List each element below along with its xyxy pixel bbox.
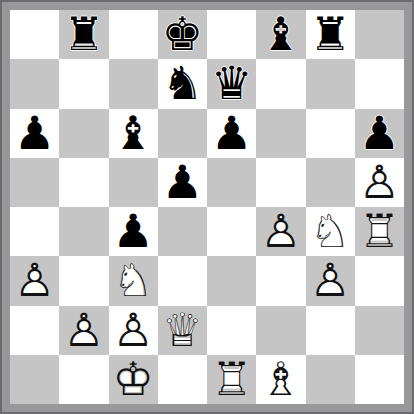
white-queen-piece: ♛♕ bbox=[158, 306, 207, 355]
square-f4[interactable]: ♟♙ bbox=[256, 207, 305, 256]
square-f5[interactable] bbox=[256, 158, 305, 207]
square-h4[interactable]: ♜♖ bbox=[355, 207, 404, 256]
square-a5[interactable] bbox=[10, 158, 59, 207]
square-f2[interactable] bbox=[256, 306, 305, 355]
square-f6[interactable] bbox=[256, 109, 305, 158]
white-pawn-piece: ♟♙ bbox=[59, 306, 108, 355]
black-pawn-piece: ♟ bbox=[355, 109, 404, 158]
square-e6[interactable]: ♟ bbox=[207, 109, 256, 158]
black-pawn-piece: ♟ bbox=[109, 207, 158, 256]
white-rook-piece: ♜♖ bbox=[207, 355, 256, 404]
square-c8[interactable] bbox=[109, 10, 158, 59]
black-bishop-piece: ♝ bbox=[109, 109, 158, 158]
square-d5[interactable]: ♟ bbox=[158, 158, 207, 207]
square-h8[interactable] bbox=[355, 10, 404, 59]
square-g6[interactable] bbox=[306, 109, 355, 158]
black-pawn-piece: ♟ bbox=[158, 158, 207, 207]
square-g2[interactable] bbox=[306, 306, 355, 355]
square-b4[interactable] bbox=[59, 207, 108, 256]
square-g5[interactable] bbox=[306, 158, 355, 207]
white-bishop-piece: ♝♗ bbox=[256, 355, 305, 404]
white-pawn-piece: ♟♙ bbox=[10, 256, 59, 305]
square-g4[interactable]: ♞♘ bbox=[306, 207, 355, 256]
black-bishop-piece: ♝ bbox=[256, 10, 305, 59]
square-c1[interactable]: ♚♔ bbox=[109, 355, 158, 404]
black-king-piece: ♚ bbox=[158, 10, 207, 59]
black-queen-piece: ♛ bbox=[207, 59, 256, 108]
white-pawn-piece: ♟♙ bbox=[355, 158, 404, 207]
square-a7[interactable] bbox=[10, 59, 59, 108]
square-h1[interactable] bbox=[355, 355, 404, 404]
square-f8[interactable]: ♝ bbox=[256, 10, 305, 59]
chess-board: ♜♚♝♜♞♛♟♝♟♟♟♟♙♟♟♙♞♘♜♖♟♙♞♘♟♙♟♙♟♙♛♕♚♔♜♖♝♗ bbox=[10, 10, 404, 404]
black-pawn-piece: ♟ bbox=[207, 109, 256, 158]
square-b2[interactable]: ♟♙ bbox=[59, 306, 108, 355]
white-knight-piece: ♞♘ bbox=[109, 256, 158, 305]
square-h6[interactable]: ♟ bbox=[355, 109, 404, 158]
square-h2[interactable] bbox=[355, 306, 404, 355]
black-knight-piece: ♞ bbox=[158, 59, 207, 108]
square-d1[interactable] bbox=[158, 355, 207, 404]
white-rook-piece: ♜♖ bbox=[355, 207, 404, 256]
square-a2[interactable] bbox=[10, 306, 59, 355]
square-g1[interactable] bbox=[306, 355, 355, 404]
square-e4[interactable] bbox=[207, 207, 256, 256]
square-d8[interactable]: ♚ bbox=[158, 10, 207, 59]
square-b7[interactable] bbox=[59, 59, 108, 108]
square-d2[interactable]: ♛♕ bbox=[158, 306, 207, 355]
white-knight-piece: ♞♘ bbox=[306, 207, 355, 256]
square-c4[interactable]: ♟ bbox=[109, 207, 158, 256]
square-g3[interactable]: ♟♙ bbox=[306, 256, 355, 305]
square-a3[interactable]: ♟♙ bbox=[10, 256, 59, 305]
white-king-piece: ♚♔ bbox=[109, 355, 158, 404]
square-d6[interactable] bbox=[158, 109, 207, 158]
square-h7[interactable] bbox=[355, 59, 404, 108]
square-a1[interactable] bbox=[10, 355, 59, 404]
square-e7[interactable]: ♛ bbox=[207, 59, 256, 108]
black-rook-piece: ♜ bbox=[306, 10, 355, 59]
square-c3[interactable]: ♞♘ bbox=[109, 256, 158, 305]
square-f1[interactable]: ♝♗ bbox=[256, 355, 305, 404]
white-pawn-piece: ♟♙ bbox=[306, 256, 355, 305]
square-g7[interactable] bbox=[306, 59, 355, 108]
board-frame: ♜♚♝♜♞♛♟♝♟♟♟♟♙♟♟♙♞♘♜♖♟♙♞♘♟♙♟♙♟♙♛♕♚♔♜♖♝♗ bbox=[0, 0, 414, 414]
white-pawn-piece: ♟♙ bbox=[109, 306, 158, 355]
square-b6[interactable] bbox=[59, 109, 108, 158]
white-pawn-piece: ♟♙ bbox=[256, 207, 305, 256]
square-b5[interactable] bbox=[59, 158, 108, 207]
square-a8[interactable] bbox=[10, 10, 59, 59]
square-d3[interactable] bbox=[158, 256, 207, 305]
square-b8[interactable]: ♜ bbox=[59, 10, 108, 59]
square-a4[interactable] bbox=[10, 207, 59, 256]
square-f3[interactable] bbox=[256, 256, 305, 305]
square-b1[interactable] bbox=[59, 355, 108, 404]
black-pawn-piece: ♟ bbox=[10, 109, 59, 158]
square-e1[interactable]: ♜♖ bbox=[207, 355, 256, 404]
square-b3[interactable] bbox=[59, 256, 108, 305]
square-h5[interactable]: ♟♙ bbox=[355, 158, 404, 207]
square-c7[interactable] bbox=[109, 59, 158, 108]
black-rook-piece: ♜ bbox=[59, 10, 108, 59]
square-e3[interactable] bbox=[207, 256, 256, 305]
square-g8[interactable]: ♜ bbox=[306, 10, 355, 59]
square-e2[interactable] bbox=[207, 306, 256, 355]
square-e8[interactable] bbox=[207, 10, 256, 59]
square-e5[interactable] bbox=[207, 158, 256, 207]
square-h3[interactable] bbox=[355, 256, 404, 305]
square-a6[interactable]: ♟ bbox=[10, 109, 59, 158]
square-c6[interactable]: ♝ bbox=[109, 109, 158, 158]
square-d4[interactable] bbox=[158, 207, 207, 256]
square-d7[interactable]: ♞ bbox=[158, 59, 207, 108]
square-f7[interactable] bbox=[256, 59, 305, 108]
square-c2[interactable]: ♟♙ bbox=[109, 306, 158, 355]
square-c5[interactable] bbox=[109, 158, 158, 207]
